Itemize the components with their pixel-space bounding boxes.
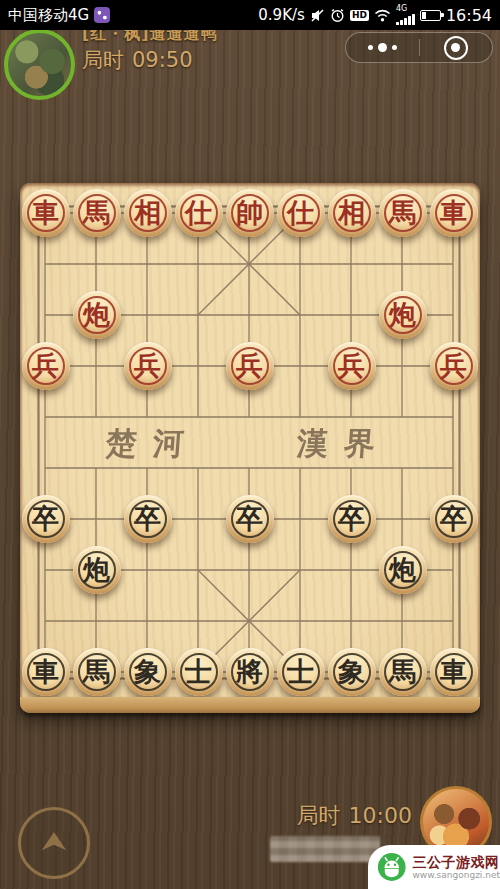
- piece-glyph: 炮: [83, 556, 110, 583]
- signal-icon: 4G: [396, 5, 415, 25]
- piece-red-兵[interactable]: 兵: [124, 342, 172, 390]
- piece-red-帥[interactable]: 帥: [226, 189, 274, 237]
- piece-red-兵[interactable]: 兵: [328, 342, 376, 390]
- piece-red-馬[interactable]: 馬: [73, 189, 121, 237]
- xiangqi-board: 楚河 漢界 車馬相仕帥仕相馬車炮炮兵兵兵兵兵卒卒卒卒卒炮炮車馬象士將士象馬車: [20, 183, 480, 713]
- miniprogram-capsule: [345, 32, 493, 63]
- piece-glyph: 馬: [83, 199, 110, 226]
- piece-glyph: 士: [287, 658, 314, 685]
- piece-red-兵[interactable]: 兵: [430, 342, 478, 390]
- piece-black-卒[interactable]: 卒: [328, 495, 376, 543]
- carrier-label: 中国移动4G: [8, 6, 89, 25]
- piece-glyph: 仕: [287, 199, 314, 226]
- piece-glyph: 仕: [185, 199, 212, 226]
- watermark-site-name: 三公子游戏网: [412, 854, 500, 870]
- piece-glyph: 相: [134, 199, 161, 226]
- piece-black-象[interactable]: 象: [124, 648, 172, 696]
- piece-glyph: 馬: [389, 199, 416, 226]
- piece-black-炮[interactable]: 炮: [73, 546, 121, 594]
- piece-black-士[interactable]: 士: [277, 648, 325, 696]
- board-bevel-edge: [20, 697, 480, 713]
- clock-label: 16:54: [446, 6, 492, 25]
- piece-black-士[interactable]: 士: [175, 648, 223, 696]
- app-screen: 中国移动4G 0.9K/s HD 4G 16:54 [红・枫]遛遛遛鸭 局时09…: [0, 0, 500, 889]
- piece-red-馬[interactable]: 馬: [379, 189, 427, 237]
- piece-glyph: 車: [32, 199, 59, 226]
- arrow-up-icon: [32, 821, 76, 865]
- piece-glyph: 兵: [440, 352, 467, 379]
- player-timer-value: 10:00: [349, 803, 412, 828]
- piece-red-兵[interactable]: 兵: [226, 342, 274, 390]
- watermark-badge: 三公子游戏网 www.sangongzi.net: [368, 845, 500, 889]
- notification-app-icon: [94, 7, 110, 23]
- hd-icon: HD: [350, 10, 369, 21]
- piece-black-卒[interactable]: 卒: [124, 495, 172, 543]
- piece-black-象[interactable]: 象: [328, 648, 376, 696]
- piece-black-車[interactable]: 車: [22, 648, 70, 696]
- piece-glyph: 卒: [134, 505, 161, 532]
- piece-glyph: 炮: [389, 301, 416, 328]
- blurred-player-name: [270, 836, 380, 862]
- piece-red-車[interactable]: 車: [430, 189, 478, 237]
- piece-glyph: 炮: [389, 556, 416, 583]
- piece-glyph: 兵: [236, 352, 263, 379]
- piece-glyph: 士: [185, 658, 212, 685]
- more-button[interactable]: [346, 33, 419, 62]
- piece-glyph: 炮: [83, 301, 110, 328]
- piece-glyph: 車: [440, 658, 467, 685]
- piece-glyph: 卒: [236, 505, 263, 532]
- player-timer-label: 局时: [297, 803, 341, 828]
- opponent-timer-value: 09:50: [132, 48, 193, 72]
- exit-button[interactable]: [420, 33, 493, 62]
- piece-black-卒[interactable]: 卒: [226, 495, 274, 543]
- watermark-site-url: www.sangongzi.net: [412, 870, 500, 880]
- piece-red-炮[interactable]: 炮: [73, 291, 121, 339]
- piece-glyph: 兵: [338, 352, 365, 379]
- piece-black-車[interactable]: 車: [430, 648, 478, 696]
- piece-glyph: 馬: [83, 658, 110, 685]
- piece-black-將[interactable]: 將: [226, 648, 274, 696]
- piece-glyph: 象: [134, 658, 161, 685]
- net-speed-label: 0.9K/s: [258, 6, 305, 24]
- piece-glyph: 兵: [134, 352, 161, 379]
- piece-red-仕[interactable]: 仕: [277, 189, 325, 237]
- board-grid: 車馬相仕帥仕相馬車炮炮兵兵兵兵兵卒卒卒卒卒炮炮車馬象士將士象馬車: [20, 187, 479, 697]
- piece-black-炮[interactable]: 炮: [379, 546, 427, 594]
- piece-red-相[interactable]: 相: [328, 189, 376, 237]
- piece-black-馬[interactable]: 馬: [73, 648, 121, 696]
- collapse-button[interactable]: [18, 807, 90, 879]
- opponent-avatar[interactable]: [4, 29, 75, 100]
- piece-red-相[interactable]: 相: [124, 189, 172, 237]
- opponent-timer-label: 局时: [82, 48, 124, 72]
- piece-red-兵[interactable]: 兵: [22, 342, 70, 390]
- piece-black-卒[interactable]: 卒: [22, 495, 70, 543]
- three-dots-icon: [368, 43, 397, 52]
- status-bar: 中国移动4G 0.9K/s HD 4G 16:54: [0, 0, 500, 30]
- mute-icon: [310, 8, 325, 23]
- piece-glyph: 將: [236, 658, 263, 685]
- wifi-icon: [374, 9, 391, 22]
- alarm-clock-icon: [330, 8, 345, 23]
- signal-4g-label: 4G: [396, 5, 407, 13]
- battery-icon: [420, 10, 441, 21]
- piece-glyph: 卒: [32, 505, 59, 532]
- piece-glyph: 卒: [440, 505, 467, 532]
- piece-glyph: 兵: [32, 352, 59, 379]
- piece-glyph: 車: [440, 199, 467, 226]
- piece-glyph: 象: [338, 658, 365, 685]
- piece-glyph: 相: [338, 199, 365, 226]
- piece-glyph: 卒: [338, 505, 365, 532]
- piece-black-馬[interactable]: 馬: [379, 648, 427, 696]
- circle-dot-icon: [444, 36, 468, 60]
- piece-black-卒[interactable]: 卒: [430, 495, 478, 543]
- android-robot-icon: [376, 850, 407, 884]
- piece-glyph: 馬: [389, 658, 416, 685]
- piece-red-仕[interactable]: 仕: [175, 189, 223, 237]
- piece-glyph: 帥: [236, 199, 263, 226]
- player-timer: 局时10:00: [297, 801, 412, 831]
- piece-glyph: 車: [32, 658, 59, 685]
- piece-red-炮[interactable]: 炮: [379, 291, 427, 339]
- opponent-timer: 局时09:50: [82, 46, 193, 74]
- piece-red-車[interactable]: 車: [22, 189, 70, 237]
